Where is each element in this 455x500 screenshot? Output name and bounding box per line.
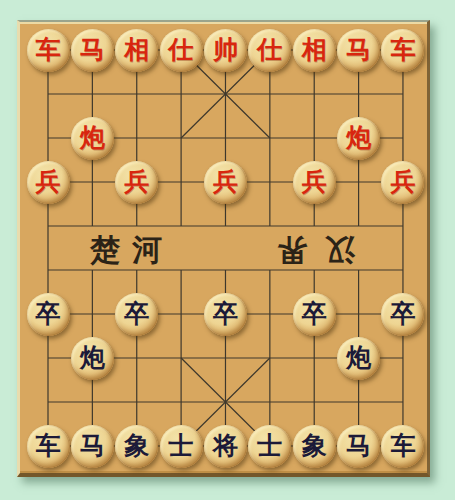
piece-character: 士 [257,433,282,458]
piece-character: 仕 [257,37,282,62]
piece-character: 士 [169,433,194,458]
piece-red-cannon[interactable]: 炮 [337,117,380,160]
piece-black-cannon[interactable]: 炮 [337,337,380,380]
piece-red-soldier[interactable]: 兵 [293,161,336,204]
piece-red-soldier[interactable]: 兵 [27,161,70,204]
piece-black-chariot[interactable]: 车 [27,425,70,468]
piece-red-horse[interactable]: 马 [337,29,380,72]
piece-character: 车 [36,433,61,458]
piece-character: 象 [124,433,149,458]
piece-red-soldier[interactable]: 兵 [381,161,424,204]
piece-black-soldier[interactable]: 卒 [115,293,158,336]
piece-character: 相 [124,37,149,62]
piece-red-elephant[interactable]: 相 [293,29,336,72]
piece-red-chariot[interactable]: 车 [27,29,70,72]
piece-character: 卒 [302,301,327,326]
piece-character: 马 [346,37,371,62]
piece-red-horse[interactable]: 马 [71,29,114,72]
piece-black-soldier[interactable]: 卒 [293,293,336,336]
piece-character: 炮 [80,125,105,150]
piece-character: 兵 [213,169,238,194]
piece-red-cannon[interactable]: 炮 [71,117,114,160]
page-background: 楚河 汉界 车马相仕帅仕相马车炮炮兵兵兵兵兵卒卒卒卒卒炮炮车马象士将士象马车 [0,0,455,500]
board-grid-lines [20,22,427,473]
piece-character: 象 [302,433,327,458]
piece-black-advisor[interactable]: 士 [248,425,291,468]
piece-black-soldier[interactable]: 卒 [381,293,424,336]
piece-character: 卒 [390,301,415,326]
piece-black-cannon[interactable]: 炮 [71,337,114,380]
piece-character: 仕 [169,37,194,62]
piece-character: 卒 [36,301,61,326]
piece-character: 车 [390,433,415,458]
piece-character: 炮 [80,345,105,370]
river-label-chu-he: 楚河 [90,235,174,265]
piece-character: 车 [36,37,61,62]
piece-black-elephant[interactable]: 象 [293,425,336,468]
piece-black-elephant[interactable]: 象 [115,425,158,468]
piece-character: 炮 [346,345,371,370]
piece-red-soldier[interactable]: 兵 [115,161,158,204]
piece-black-soldier[interactable]: 卒 [204,293,247,336]
piece-black-soldier[interactable]: 卒 [27,293,70,336]
piece-character: 马 [80,433,105,458]
piece-red-general[interactable]: 帅 [204,29,247,72]
piece-red-chariot[interactable]: 车 [381,29,424,72]
piece-character: 马 [346,433,371,458]
xiangqi-board[interactable]: 楚河 汉界 车马相仕帅仕相马车炮炮兵兵兵兵兵卒卒卒卒卒炮炮车马象士将士象马车 [17,20,430,477]
river-label-han-jie: 汉界 [259,235,355,265]
piece-character: 马 [80,37,105,62]
piece-character: 兵 [36,169,61,194]
piece-red-advisor[interactable]: 仕 [248,29,291,72]
piece-character: 相 [302,37,327,62]
piece-red-elephant[interactable]: 相 [115,29,158,72]
piece-character: 卒 [124,301,149,326]
piece-black-chariot[interactable]: 车 [381,425,424,468]
piece-black-horse[interactable]: 马 [71,425,114,468]
piece-red-advisor[interactable]: 仕 [160,29,203,72]
piece-character: 兵 [302,169,327,194]
piece-character: 炮 [346,125,371,150]
piece-character: 将 [213,433,238,458]
piece-character: 兵 [124,169,149,194]
piece-character: 车 [390,37,415,62]
piece-character: 卒 [213,301,238,326]
piece-black-horse[interactable]: 马 [337,425,380,468]
piece-character: 帅 [213,37,238,62]
piece-character: 兵 [390,169,415,194]
piece-black-general[interactable]: 将 [204,425,247,468]
piece-red-soldier[interactable]: 兵 [204,161,247,204]
piece-black-advisor[interactable]: 士 [160,425,203,468]
